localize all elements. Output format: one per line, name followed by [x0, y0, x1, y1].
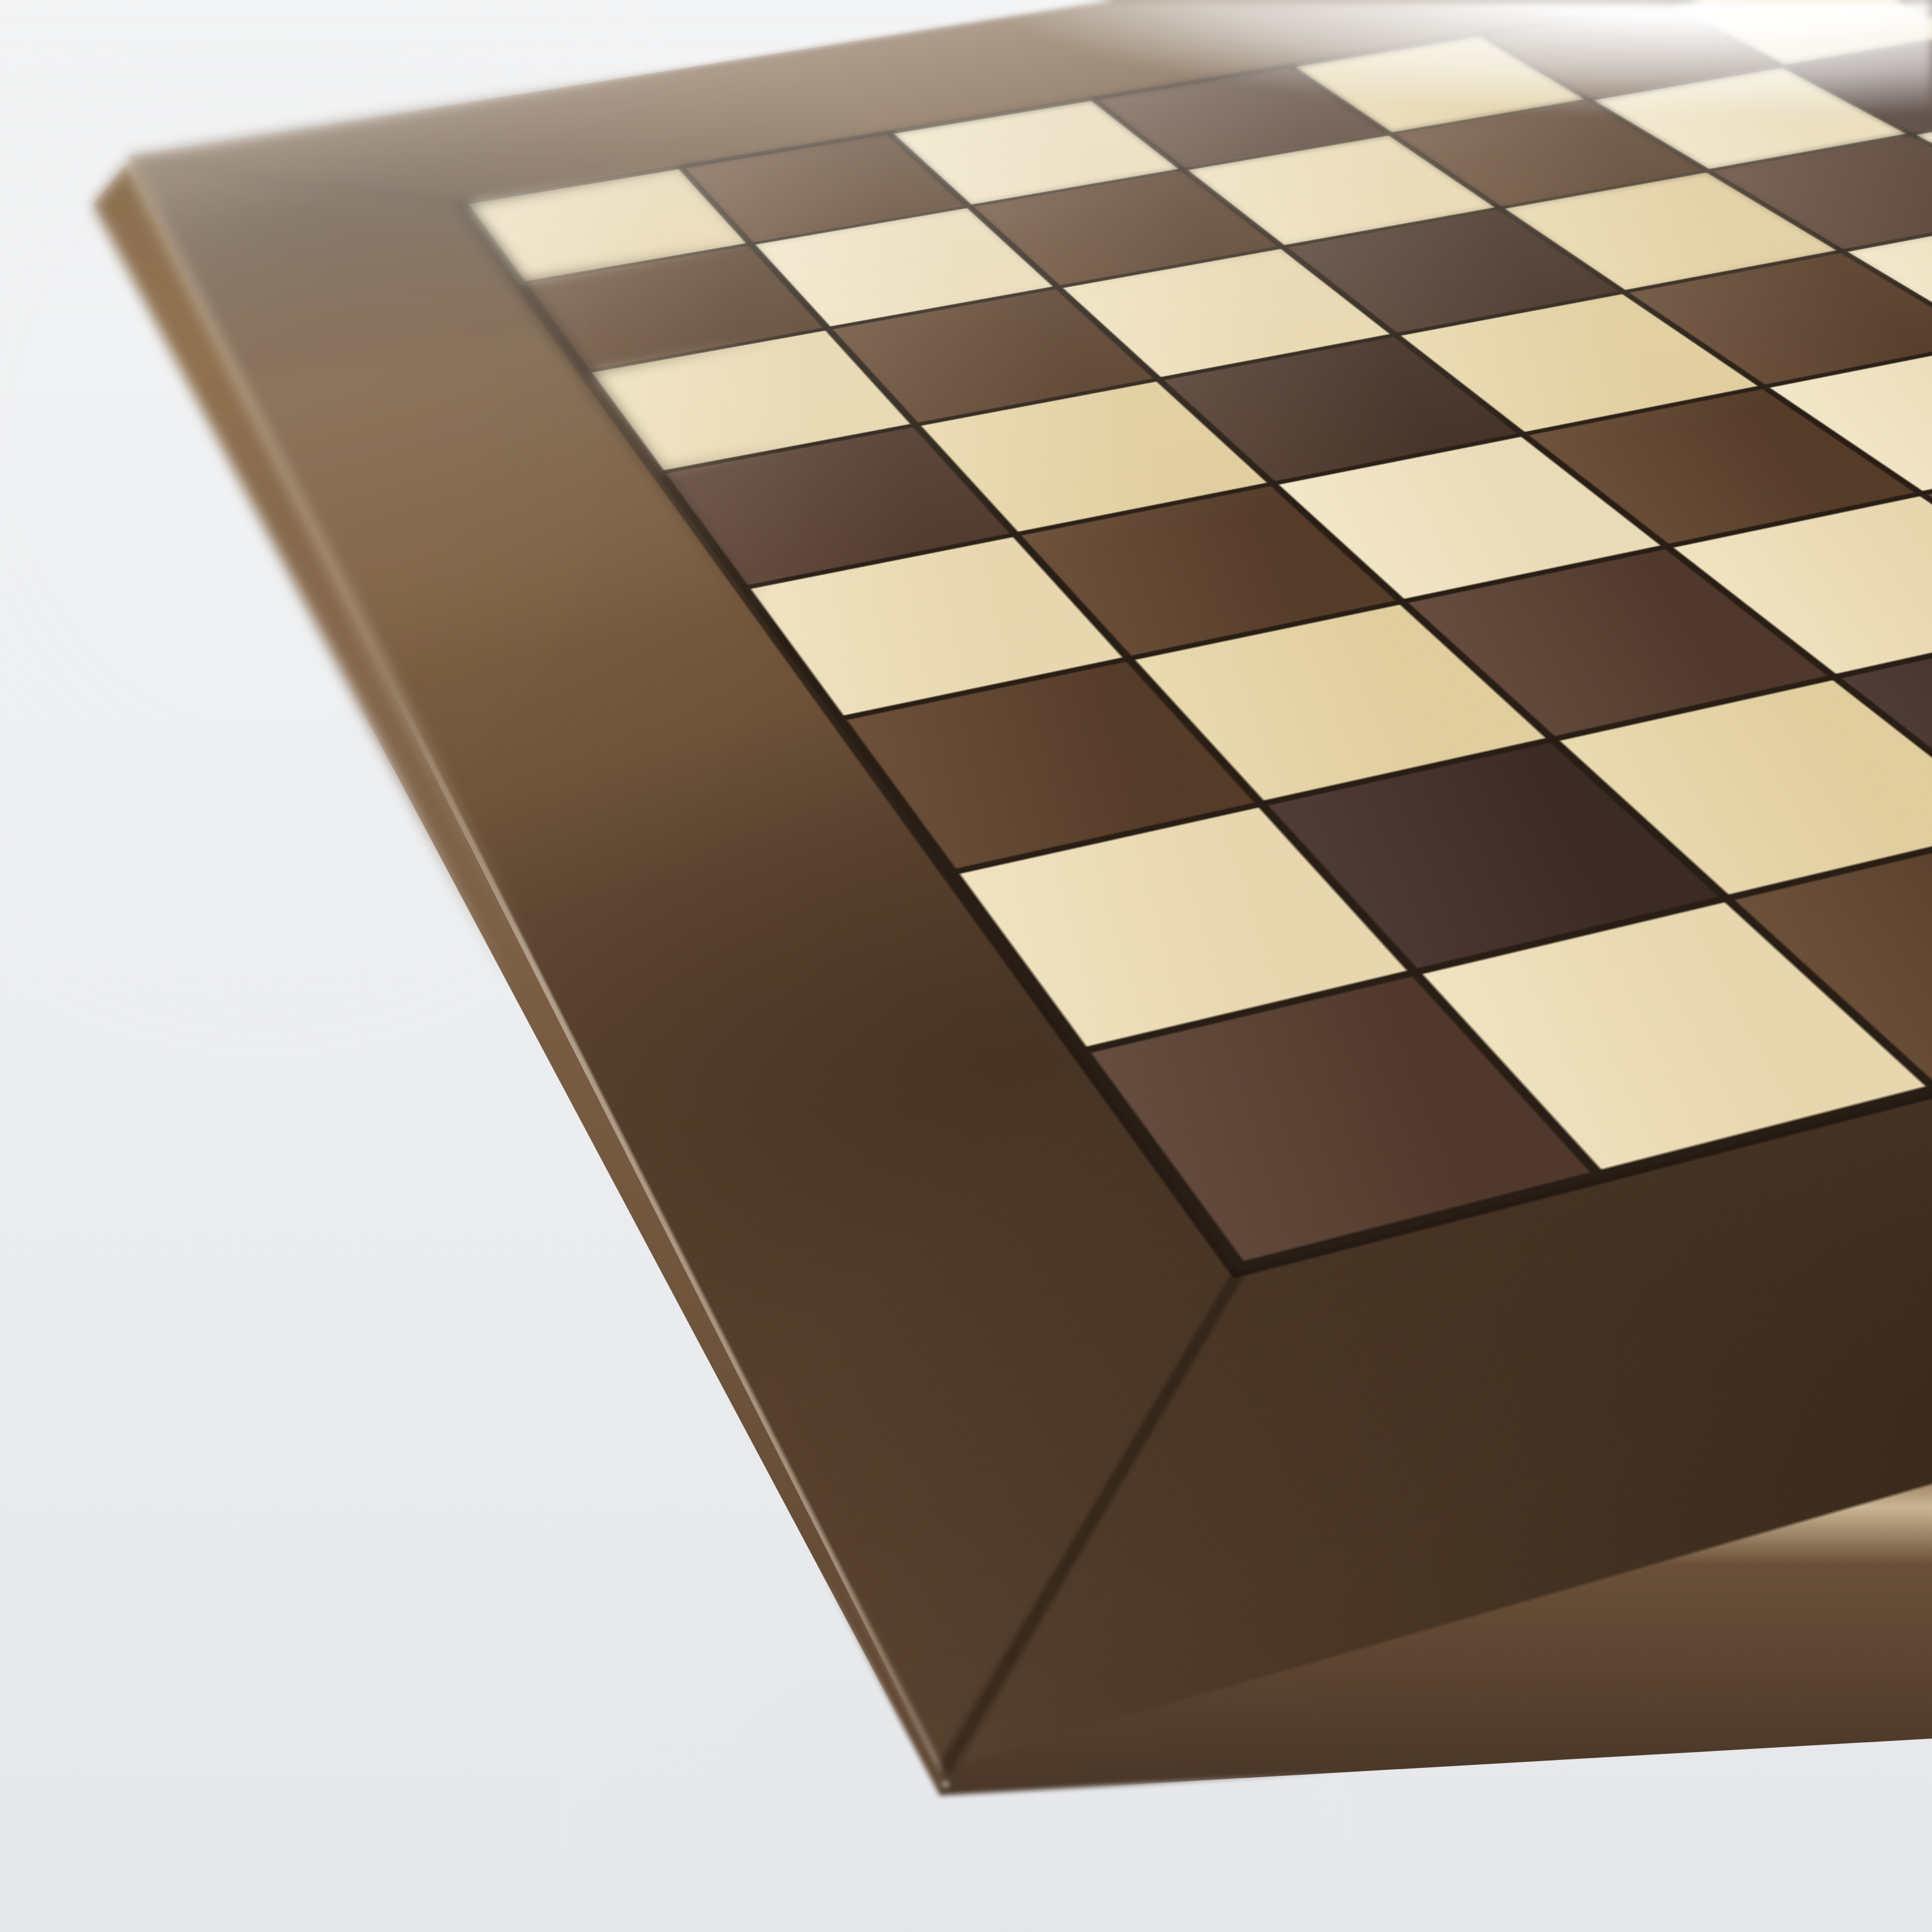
chessboard[interactable] — [129, 0, 1932, 1769]
studio-scene — [0, 0, 1932, 1932]
corner-specular-speck — [943, 1781, 948, 1787]
distance-haze-overlay — [129, 0, 1932, 1769]
